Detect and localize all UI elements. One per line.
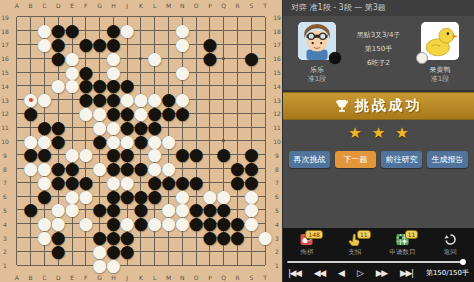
white-stone: ●: [148, 217, 162, 231]
tools-row: 148悔棋11支招11申请数目返回: [283, 228, 474, 257]
coord-letter: P: [208, 274, 212, 281]
coord-letter: E: [70, 2, 74, 9]
board-cell-A5[interactable]: [10, 203, 24, 217]
coord-number: 17: [1, 41, 9, 48]
white-stone: ●: [162, 217, 176, 231]
board-cell-M10[interactable]: ●: [162, 134, 176, 148]
board-cell-O19[interactable]: [189, 10, 203, 24]
board-cell-T13[interactable]: [258, 93, 272, 107]
tool-label: 返回: [444, 248, 457, 257]
black-stone: ●: [120, 189, 134, 203]
item-count-badge: 11: [405, 230, 419, 239]
board-cell-S19[interactable]: [244, 10, 258, 24]
coord-number: 14: [273, 82, 281, 89]
success-banner: 挑战成功: [283, 92, 474, 120]
board-cell-A1[interactable]: [10, 258, 24, 272]
board-cell-T9[interactable]: [258, 148, 272, 162]
board-cell-E1[interactable]: [65, 258, 79, 272]
board-cell-R3[interactable]: ●: [231, 231, 245, 245]
board-cell-M16[interactable]: [162, 51, 176, 65]
coord-letter: F: [84, 2, 87, 9]
board-cell-Q9[interactable]: ●: [217, 148, 231, 162]
coord-number: 18: [1, 27, 9, 34]
black-stone: ●: [51, 51, 65, 65]
board-cell-O2[interactable]: [189, 244, 203, 258]
board-cell-C15[interactable]: [38, 65, 52, 79]
board-cell-N1[interactable]: [175, 258, 189, 272]
board-cell-Q17[interactable]: [217, 38, 231, 52]
board-cell-O9[interactable]: ●: [189, 148, 203, 162]
board-cell-D10[interactable]: ●: [51, 134, 65, 148]
black-stone: ●: [120, 244, 134, 258]
board-cell-M2[interactable]: [162, 244, 176, 258]
white-stone: ●: [38, 38, 52, 52]
black-stone: ●: [134, 134, 148, 148]
coord-number: 1: [275, 262, 279, 269]
board-cell-S4[interactable]: ●: [244, 217, 258, 231]
board-cell-M19[interactable]: [162, 10, 176, 24]
board-cell-B18[interactable]: [24, 24, 38, 38]
board-cell-A16[interactable]: [10, 51, 24, 65]
item-count-badge: 148: [305, 230, 322, 239]
coord-number: 17: [273, 41, 281, 48]
coord-number: 16: [1, 55, 9, 62]
coord-letter: S: [249, 274, 253, 281]
black-stone: ●: [134, 217, 148, 231]
board-cell-G10[interactable]: ●: [93, 134, 107, 148]
board-cell-T5[interactable]: [258, 203, 272, 217]
coord-number: 5: [3, 206, 7, 213]
fast-back-button[interactable]: ◀◀: [314, 268, 325, 278]
board-cell-A11[interactable]: [10, 120, 24, 134]
board-cell-P13[interactable]: [203, 93, 217, 107]
board-cell-O13[interactable]: [189, 93, 203, 107]
last-move-button[interactable]: ▶▶|: [400, 268, 412, 278]
board-cell-B19[interactable]: [24, 10, 38, 24]
board-cell-K8[interactable]: ●: [134, 162, 148, 176]
board-cell-M15[interactable]: [162, 65, 176, 79]
board-cell-O17[interactable]: [189, 38, 203, 52]
board-cell-T8[interactable]: [258, 162, 272, 176]
coord-number: 6: [275, 193, 279, 200]
board-cell-J18[interactable]: ●: [120, 24, 134, 38]
coord-number: 7: [275, 179, 279, 186]
board-cell-E3[interactable]: [65, 231, 79, 245]
black-stone: ●: [217, 148, 231, 162]
board-cell-R17[interactable]: [231, 38, 245, 52]
undo-tool[interactable]: 148悔棋: [290, 233, 324, 257]
board-cell-F6[interactable]: ●: [79, 189, 93, 203]
coord-number: 4: [3, 220, 7, 227]
back-arrow-icon: [444, 233, 457, 246]
board-cell-Q13[interactable]: [217, 93, 231, 107]
black-player: 乐乐 准1段: [293, 22, 341, 83]
board-cell-A19[interactable]: [10, 10, 24, 24]
board-cell-K1[interactable]: [134, 258, 148, 272]
board-cell-M12[interactable]: ●: [162, 107, 176, 121]
black-stone: ●: [24, 203, 38, 217]
board-cell-R7[interactable]: ●: [231, 175, 245, 189]
coord-number: 9: [275, 151, 279, 158]
board-cell-F19[interactable]: [79, 10, 93, 24]
next-problem-button[interactable]: 下一题: [335, 151, 376, 168]
white-stone: ●: [38, 231, 52, 245]
game-info-line: 第150手: [365, 44, 392, 54]
coord-letter: B: [29, 2, 33, 9]
board-cell-L19[interactable]: [148, 10, 162, 24]
board-cell-S11[interactable]: [244, 120, 258, 134]
board-cell-B17[interactable]: [24, 38, 38, 52]
board-cell-N9[interactable]: ●: [175, 148, 189, 162]
board-cell-N17[interactable]: ●: [175, 38, 189, 52]
board-cell-G17[interactable]: ●: [93, 38, 107, 52]
board-cell-F9[interactable]: ●: [79, 148, 93, 162]
board-cell-L6[interactable]: ●: [148, 189, 162, 203]
black-player-avatar[interactable]: [298, 22, 336, 60]
black-stone: ●: [134, 162, 148, 176]
coord-letter: D: [56, 274, 61, 281]
black-stone: ●: [93, 203, 107, 217]
board-cell-T19[interactable]: [258, 10, 272, 24]
coord-number: 2: [275, 248, 279, 255]
board-cell-F17[interactable]: ●: [79, 38, 93, 52]
board-cell-G19[interactable]: [93, 10, 107, 24]
star-point: [222, 139, 225, 142]
tool-label: 申请数目: [389, 248, 415, 257]
board-cell-E5[interactable]: ●: [65, 203, 79, 217]
coord-letter: F: [84, 274, 87, 281]
board-cell-K19[interactable]: [134, 10, 148, 24]
board-cell-O11[interactable]: [189, 120, 203, 134]
board-cell-T17[interactable]: [258, 38, 272, 52]
generate-report-button[interactable]: 生成报告: [427, 151, 468, 168]
board-cell-A15[interactable]: [10, 65, 24, 79]
white-stone-indicator: [416, 52, 428, 64]
hint-tool[interactable]: 11支招: [338, 233, 372, 257]
board-cell-E12[interactable]: [65, 107, 79, 121]
coord-number: 5: [275, 206, 279, 213]
count-request-tool[interactable]: 11申请数目: [385, 233, 419, 257]
board-cell-J16[interactable]: [120, 51, 134, 65]
board-cell-P10[interactable]: [203, 134, 217, 148]
board-cell-C3[interactable]: ●: [38, 231, 52, 245]
board-cell-S14[interactable]: [244, 79, 258, 93]
coord-number: 13: [273, 96, 281, 103]
board-cell-A4[interactable]: [10, 217, 24, 231]
board-cell-A17[interactable]: [10, 38, 24, 52]
action-buttons: 再次挑战下一题前往研究生成报告: [283, 146, 474, 172]
board-cell-L2[interactable]: [148, 244, 162, 258]
black-stone: ●: [203, 231, 217, 245]
board-cell-T11[interactable]: [258, 120, 272, 134]
board-cell-Q1[interactable]: [217, 258, 231, 272]
white-stone: ●: [175, 65, 189, 79]
tool-label: 支招: [348, 248, 361, 257]
board-cell-L1[interactable]: [148, 258, 162, 272]
coord-letter: P: [208, 2, 212, 9]
item-count-badge: 11: [357, 230, 371, 239]
prev-move-button[interactable]: ◀: [338, 268, 343, 278]
board-cell-F2[interactable]: [79, 244, 93, 258]
board-grid[interactable]: ●●●●●●●●●●●●●●●●●●●●●●●●●●●●●●●●●●●●●●●●…: [10, 10, 272, 272]
board-cell-N15[interactable]: ●: [175, 65, 189, 79]
board-cell-R10[interactable]: [231, 134, 245, 148]
coord-number: 18: [273, 27, 281, 34]
coord-number: 12: [273, 110, 281, 117]
board-cell-K16[interactable]: [134, 51, 148, 65]
white-stone: ●: [38, 93, 52, 107]
board-cell-P12[interactable]: [203, 107, 217, 121]
white-player-avatar[interactable]: [421, 22, 459, 60]
board-cell-K4[interactable]: ●: [134, 217, 148, 231]
slider-knob[interactable]: [460, 259, 466, 265]
star-point: [222, 57, 225, 60]
board-cell-R11[interactable]: [231, 120, 245, 134]
board-cell-B15[interactable]: [24, 65, 38, 79]
coord-number: 12: [1, 110, 9, 117]
board-cell-B16[interactable]: [24, 51, 38, 65]
board-cell-R1[interactable]: [231, 258, 245, 272]
board-cell-G5[interactable]: ●: [93, 203, 107, 217]
coord-letter: R: [235, 2, 239, 9]
go-board[interactable]: AA1919BB1818CC1717DD1616EE1515FF1414GG13…: [0, 0, 282, 282]
black-stone: ●: [51, 134, 65, 148]
board-cell-Q14[interactable]: [217, 79, 231, 93]
side-panel: 对弈 准1段 - 3段 — 第3题 乐乐: [282, 0, 474, 282]
board-cell-E2[interactable]: [65, 244, 79, 258]
board-cell-T16[interactable]: [258, 51, 272, 65]
coord-letter: C: [42, 274, 46, 281]
board-cell-B12[interactable]: ●: [24, 107, 38, 121]
board-cell-R19[interactable]: [231, 10, 245, 24]
board-cell-K15[interactable]: [134, 65, 148, 79]
board-cell-A7[interactable]: [10, 175, 24, 189]
board-cell-Q18[interactable]: [217, 24, 231, 38]
trophy-icon: [335, 99, 349, 113]
white-stone: ●: [244, 217, 258, 231]
black-stone: ●: [93, 134, 107, 148]
board-cell-G1[interactable]: ●: [93, 258, 107, 272]
black-stone: ●: [38, 189, 52, 203]
board-cell-C17[interactable]: ●: [38, 38, 52, 52]
board-cell-P9[interactable]: [203, 148, 217, 162]
board-cell-S2[interactable]: [244, 244, 258, 258]
black-stone: ●: [93, 38, 107, 52]
go-research-button[interactable]: 前往研究: [381, 151, 422, 168]
board-cell-K10[interactable]: ●: [134, 134, 148, 148]
black-stone: ●: [51, 244, 65, 258]
black-stone: ●: [189, 148, 203, 162]
board-cell-L4[interactable]: ●: [148, 217, 162, 231]
board-cell-P8[interactable]: [203, 162, 217, 176]
black-stone: ●: [231, 231, 245, 245]
fast-forward-button[interactable]: ▶▶: [376, 268, 387, 278]
board-cell-P14[interactable]: [203, 79, 217, 93]
board-cell-F1[interactable]: [79, 258, 93, 272]
retry-button[interactable]: 再次挑战: [289, 151, 330, 168]
board-cell-G8[interactable]: ●: [93, 162, 107, 176]
board-cell-O7[interactable]: ●: [189, 175, 203, 189]
board-cell-L18[interactable]: [148, 24, 162, 38]
star-icon: ★: [372, 124, 385, 142]
board-cell-T6[interactable]: [258, 189, 272, 203]
coord-letter: J: [126, 2, 128, 9]
board-cell-E14[interactable]: ●: [65, 79, 79, 93]
board-cell-A13[interactable]: [10, 93, 24, 107]
coord-letter: Q: [221, 2, 226, 9]
coord-number: 11: [1, 124, 9, 131]
board-cell-D14[interactable]: ●: [51, 79, 65, 93]
playback-row: |◀◀◀◀◀▷▶▶▶▶|第150/150手: [283, 266, 474, 280]
board-cell-Q19[interactable]: [217, 10, 231, 24]
success-banner-text: 挑战成功: [355, 97, 423, 115]
board-cell-B2[interactable]: [24, 244, 38, 258]
black-player-name: 乐乐: [310, 66, 324, 75]
board-cell-R13[interactable]: [231, 93, 245, 107]
board-cell-Q15[interactable]: [217, 65, 231, 79]
next-move-button[interactable]: ▷: [357, 268, 362, 278]
board-cell-T7[interactable]: [258, 175, 272, 189]
board-cell-O15[interactable]: [189, 65, 203, 79]
coord-letter: K: [139, 274, 143, 281]
board-cell-T18[interactable]: [258, 24, 272, 38]
board-cell-M18[interactable]: [162, 24, 176, 38]
board-cell-T3[interactable]: ●: [258, 231, 272, 245]
board-cell-L16[interactable]: ●: [148, 51, 162, 65]
board-cell-O14[interactable]: [189, 79, 203, 93]
board-cell-Q11[interactable]: [217, 120, 231, 134]
board-cell-R18[interactable]: [231, 24, 245, 38]
white-stone: ●: [65, 203, 79, 217]
board-cell-M4[interactable]: ●: [162, 217, 176, 231]
board-cell-J2[interactable]: ●: [120, 244, 134, 258]
board-cell-P19[interactable]: [203, 10, 217, 24]
coord-letter: T: [263, 2, 267, 9]
panel-spacer: [283, 172, 474, 228]
board-cell-O12[interactable]: [189, 107, 203, 121]
board-cell-A6[interactable]: [10, 189, 24, 203]
board-cell-N2[interactable]: [175, 244, 189, 258]
first-move-button[interactable]: |◀◀: [288, 268, 300, 278]
board-cell-D16[interactable]: ●: [51, 51, 65, 65]
board-cell-C6[interactable]: ●: [38, 189, 52, 203]
board-cell-F12[interactable]: ●: [79, 107, 93, 121]
board-cell-Q3[interactable]: ●: [217, 231, 231, 245]
board-cell-P11[interactable]: [203, 120, 217, 134]
move-slider[interactable]: [287, 261, 464, 263]
board-cell-M7[interactable]: ●: [162, 175, 176, 189]
board-cell-T12[interactable]: [258, 107, 272, 121]
board-cell-A9[interactable]: [10, 148, 24, 162]
game-info: 黑贴3又3/4子第150手6吃子2: [341, 22, 416, 68]
board-cell-F4[interactable]: ●: [79, 217, 93, 231]
board-cell-R16[interactable]: [231, 51, 245, 65]
board-cell-A14[interactable]: [10, 79, 24, 93]
coord-letter: N: [180, 274, 185, 281]
board-cell-A2[interactable]: [10, 244, 24, 258]
board-cell-T14[interactable]: [258, 79, 272, 93]
board-cell-A10[interactable]: [10, 134, 24, 148]
board-cell-R12[interactable]: [231, 107, 245, 121]
coord-letter: O: [194, 2, 199, 9]
board-cell-E11[interactable]: [65, 120, 79, 134]
board-cell-A3[interactable]: [10, 231, 24, 245]
board-cell-M1[interactable]: [162, 258, 176, 272]
board-cell-K17[interactable]: [134, 38, 148, 52]
board-cell-A18[interactable]: [10, 24, 24, 38]
board-cell-O16[interactable]: [189, 51, 203, 65]
board-cell-T15[interactable]: [258, 65, 272, 79]
board-cell-P3[interactable]: ●: [203, 231, 217, 245]
board-cell-O4[interactable]: ●: [189, 217, 203, 231]
black-player-rank: 准1段: [308, 75, 326, 83]
board-cell-S16[interactable]: ●: [244, 51, 258, 65]
board-cell-B5[interactable]: ●: [24, 203, 38, 217]
board-cell-D7[interactable]: ●: [51, 175, 65, 189]
coord-letter: K: [139, 2, 143, 9]
board-cell-S13[interactable]: [244, 93, 258, 107]
last-move-marker: [29, 98, 33, 102]
white-player: 呆黄鸭 准1段: [416, 22, 464, 83]
board-cell-J6[interactable]: ●: [120, 189, 134, 203]
white-stone: ●: [148, 51, 162, 65]
board-cell-B8[interactable]: ●: [24, 162, 38, 176]
board-cell-C13[interactable]: ●: [38, 93, 52, 107]
coord-letter: M: [166, 274, 171, 281]
board-cell-T10[interactable]: [258, 134, 272, 148]
back-tool[interactable]: 返回: [433, 233, 467, 257]
board-cell-O18[interactable]: [189, 24, 203, 38]
board-cell-K18[interactable]: [134, 24, 148, 38]
black-stone: ●: [24, 107, 38, 121]
board-cell-K2[interactable]: [134, 244, 148, 258]
board-cell-A12[interactable]: [10, 107, 24, 121]
coord-number: 9: [3, 151, 7, 158]
coord-number: 4: [275, 220, 279, 227]
board-cell-Q16[interactable]: [217, 51, 231, 65]
board-cell-B3[interactable]: [24, 231, 38, 245]
board-cell-N12[interactable]: ●: [175, 107, 189, 121]
board-cell-R15[interactable]: [231, 65, 245, 79]
board-cell-A8[interactable]: [10, 162, 24, 176]
white-player-name: 呆黄鸭: [430, 66, 451, 75]
board-cell-T1[interactable]: [258, 258, 272, 272]
board-cell-S18[interactable]: [244, 24, 258, 38]
board-cell-R14[interactable]: [231, 79, 245, 93]
board-cell-P1[interactable]: [203, 258, 217, 272]
black-stone-indicator: [329, 52, 341, 64]
coord-letter: E: [70, 274, 74, 281]
players-section: 乐乐 准1段 黑贴3又3/4子第150手6吃子2 呆黄鸭 准1段: [283, 16, 474, 92]
board-cell-H1[interactable]: ●: [107, 258, 121, 272]
board-cell-C1[interactable]: [38, 258, 52, 272]
board-cell-O1[interactable]: [189, 258, 203, 272]
board-cell-S1[interactable]: [244, 258, 258, 272]
board-cell-E18[interactable]: ●: [65, 24, 79, 38]
board-cell-N4[interactable]: ●: [175, 217, 189, 231]
board-cell-D2[interactable]: ●: [51, 244, 65, 258]
board-cell-B1[interactable]: [24, 258, 38, 272]
black-stone: ●: [217, 231, 231, 245]
board-cell-P16[interactable]: ●: [203, 51, 217, 65]
tool-label: 悔棋: [300, 248, 313, 257]
white-stone: ●: [93, 162, 107, 176]
board-cell-M17[interactable]: [162, 38, 176, 52]
coord-letter: T: [263, 274, 267, 281]
coord-number: 15: [1, 69, 9, 76]
board-cell-Q12[interactable]: [217, 107, 231, 121]
board-cell-S12[interactable]: [244, 107, 258, 121]
